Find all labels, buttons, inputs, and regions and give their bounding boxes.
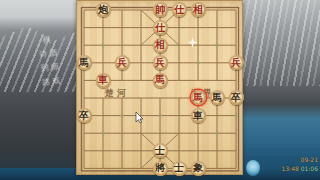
piece-red-相[interactable]: 相 bbox=[153, 38, 168, 53]
piece-black-將[interactable]: 將 bbox=[153, 161, 168, 176]
piece-red-兵[interactable]: 兵 bbox=[153, 55, 168, 70]
piece-red-兵[interactable]: 兵 bbox=[115, 55, 130, 70]
piece-black-士[interactable]: 士 bbox=[172, 161, 187, 176]
timestamp-date: 09-21 bbox=[281, 155, 318, 164]
piece-red-馬[interactable]: 馬 bbox=[191, 90, 206, 105]
piece-red-帥[interactable]: 帥 bbox=[153, 2, 168, 17]
timestamp-overlay: 09-21 13:48 01:06 bbox=[281, 155, 318, 173]
piece-red-馬[interactable]: 馬 bbox=[153, 73, 168, 88]
pieces-grid: 炮帥仕相仕相馬兵兵兵車馬馬馬卒卒車士將士象 bbox=[75, 1, 246, 177]
piece-black-士[interactable]: 士 bbox=[153, 143, 168, 158]
piece-black-卒[interactable]: 卒 bbox=[229, 90, 244, 105]
timestamp-time-line: 13:48 01:06 bbox=[281, 164, 318, 173]
piece-red-相[interactable]: 相 bbox=[191, 2, 206, 17]
game-screenshot: 棋 诗酒 到师 路戏 楚河 漢界 炮帥仕相仕相馬兵兵兵車馬馬馬卒卒車士將士象 0… bbox=[0, 0, 320, 180]
background-mountain-lake-right bbox=[242, 0, 320, 180]
piece-red-兵[interactable]: 兵 bbox=[229, 55, 244, 70]
mouse-cursor-icon bbox=[135, 112, 144, 124]
piece-black-馬[interactable]: 馬 bbox=[210, 90, 225, 105]
timestamp-time: 13:48 bbox=[281, 165, 298, 172]
snow-streaks-right bbox=[242, 0, 320, 86]
piece-black-炮[interactable]: 炮 bbox=[96, 2, 111, 17]
sparkle-icon bbox=[187, 37, 198, 48]
watermark-text: 棋 诗酒 到师 路戏 bbox=[30, 31, 70, 90]
glowing-lake-rock bbox=[246, 160, 260, 176]
piece-red-仕[interactable]: 仕 bbox=[172, 2, 187, 17]
piece-red-車[interactable]: 車 bbox=[96, 73, 111, 88]
piece-black-車[interactable]: 車 bbox=[191, 108, 206, 123]
piece-black-馬[interactable]: 馬 bbox=[77, 55, 92, 70]
piece-black-卒[interactable]: 卒 bbox=[77, 108, 92, 123]
piece-black-象[interactable]: 象 bbox=[191, 161, 206, 176]
piece-red-仕[interactable]: 仕 bbox=[153, 20, 168, 35]
xiangqi-board[interactable]: 楚河 漢界 炮帥仕相仕相馬兵兵兵車馬馬馬卒卒車士將士象 bbox=[76, 0, 243, 175]
timestamp-duration: 01:06 bbox=[301, 165, 318, 172]
